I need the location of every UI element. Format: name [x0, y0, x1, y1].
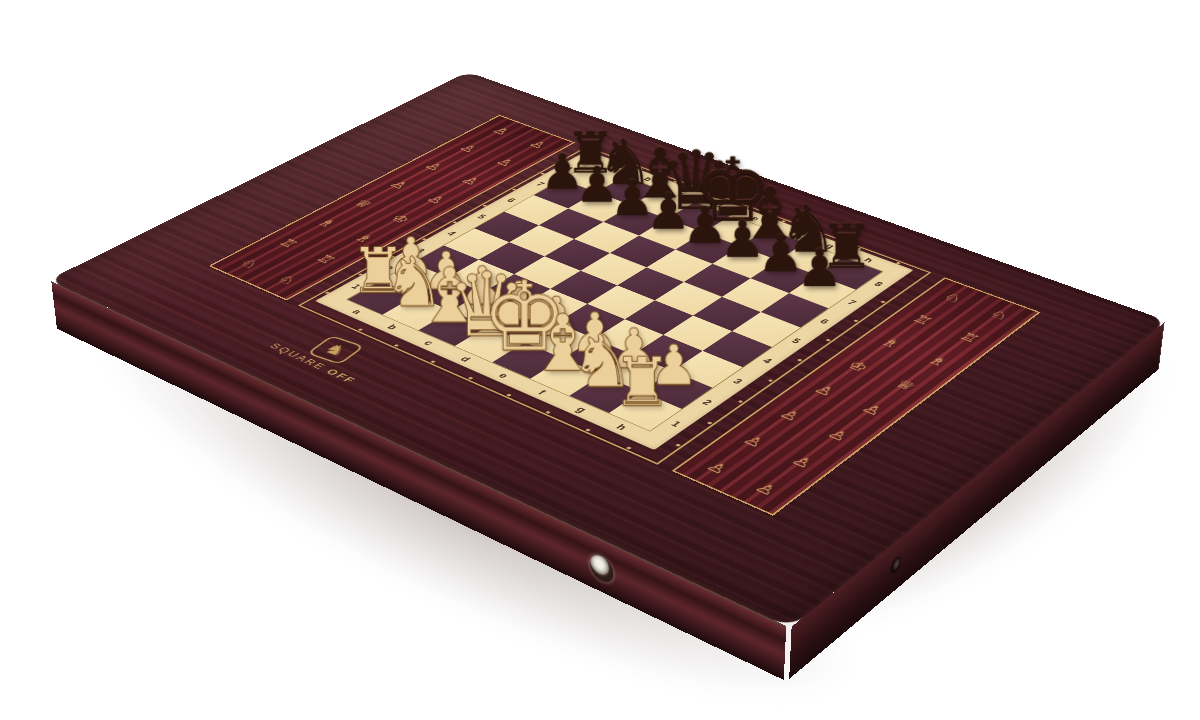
pawn-outline-icon: ♙ — [787, 453, 819, 471]
pawn-outline-icon: ♙ — [750, 479, 782, 498]
pawn-outline-icon: ♙ — [423, 193, 450, 206]
brand-name: SQUARE OFF — [256, 336, 372, 390]
bishop-outline-icon: ♗ — [876, 335, 905, 351]
pawn-outline-icon: ♙ — [823, 426, 854, 444]
queen-outline-icon: ♕ — [891, 377, 921, 394]
power-port-icon — [891, 556, 900, 575]
pawn-outline-icon: ♙ — [857, 401, 887, 418]
king-outline-icon: ♔ — [387, 212, 415, 225]
rook-outline-icon: ♖ — [312, 252, 341, 266]
right-tray-slot-pawn: ♙ — [784, 369, 865, 413]
bishop-outline-icon: ♗ — [923, 353, 952, 369]
pawn-outline-icon: ♙ — [488, 125, 514, 137]
pawn-outline-icon: ♙ — [421, 160, 448, 172]
rook-outline-icon: ♖ — [955, 330, 984, 346]
pawn-outline-icon: ♙ — [739, 432, 770, 450]
queen-outline-icon: ♕ — [350, 197, 378, 210]
rook-outline-icon: ♖ — [274, 236, 303, 250]
knight-logo-icon: ♞ — [307, 335, 365, 364]
right-tray-slot-king: ♔ — [818, 345, 898, 387]
pawn-outline-icon: ♙ — [810, 382, 840, 399]
product-photo-square-off-chessboard: ♙♙♙♙♙♙♙♙♕♔♗♗♖♖♘♘ abcdefgh abcdefgh 87654… — [0, 0, 1200, 720]
square-h7[interactable]: ♟ — [789, 275, 856, 308]
pawn-outline-icon: ♙ — [775, 407, 806, 424]
knight-outline-icon: ♘ — [939, 290, 967, 305]
rook-outline-icon: ♖ — [908, 312, 937, 327]
bishop-outline-icon: ♗ — [312, 216, 340, 229]
pawn-outline-icon: ♙ — [458, 174, 485, 187]
pawn-outline-icon: ♙ — [492, 156, 519, 168]
knight-outline-icon: ♘ — [235, 256, 264, 270]
left-tray-slot-knight: ♘ — [248, 261, 325, 299]
knight-outline-icon: ♘ — [272, 273, 301, 288]
right-tray-slot-knight: ♘ — [915, 279, 991, 318]
king-outline-icon: ♔ — [843, 358, 873, 374]
power-button[interactable] — [590, 551, 613, 586]
pawn-outline-icon: ♙ — [702, 458, 734, 477]
knight-outline-icon: ♘ — [985, 307, 1013, 322]
pawn-outline-icon: ♙ — [455, 142, 481, 154]
right-tray-slot-rook: ♖ — [884, 300, 961, 340]
pawn-outline-icon: ♙ — [386, 178, 413, 191]
